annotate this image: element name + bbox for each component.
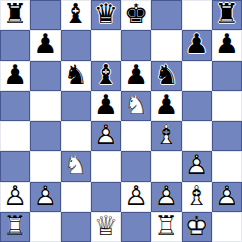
black-pawn: ♟ — [182, 30, 212, 60]
square-f1[interactable]: ♜♖ — [151, 212, 181, 242]
black-king: ♚ — [121, 0, 151, 30]
square-a8[interactable]: ♜ — [0, 0, 30, 30]
piece-outline: ♔ — [182, 212, 212, 241]
square-g5[interactable] — [182, 91, 212, 121]
square-h7[interactable]: ♟ — [212, 30, 242, 60]
piece-glyph: ♟ — [212, 30, 242, 59]
black-pawn: ♟ — [0, 61, 30, 91]
piece-glyph: ♝ — [61, 0, 91, 29]
square-h1[interactable] — [212, 212, 242, 242]
piece-outline: ♕ — [91, 212, 121, 241]
square-h3[interactable] — [212, 151, 242, 181]
square-c1[interactable] — [61, 212, 91, 242]
square-b5[interactable] — [30, 91, 60, 121]
square-b3[interactable] — [30, 151, 60, 181]
piece-glyph: ♚ — [121, 0, 151, 29]
black-pawn: ♟ — [30, 30, 60, 60]
square-f5[interactable]: ♟ — [151, 91, 181, 121]
square-g6[interactable] — [182, 61, 212, 91]
square-c3[interactable]: ♞♘ — [61, 151, 91, 181]
square-a6[interactable]: ♟ — [0, 61, 30, 91]
white-pawn: ♟♙ — [151, 182, 181, 212]
square-g2[interactable]: ♝♗ — [182, 182, 212, 212]
square-d3[interactable] — [91, 151, 121, 181]
square-a7[interactable] — [0, 30, 30, 60]
white-queen: ♛♕ — [91, 212, 121, 242]
piece-outline: ♙ — [91, 121, 121, 150]
white-bishop: ♝♗ — [151, 121, 181, 151]
square-e7[interactable] — [121, 30, 151, 60]
square-h2[interactable]: ♟♙ — [212, 182, 242, 212]
white-pawn: ♟♙ — [121, 182, 151, 212]
piece-outline: ♙ — [212, 182, 242, 211]
white-pawn: ♟♙ — [212, 182, 242, 212]
piece-outline: ♘ — [121, 91, 151, 120]
square-e4[interactable] — [121, 121, 151, 151]
black-knight: ♞ — [61, 61, 91, 91]
white-knight: ♞♘ — [121, 91, 151, 121]
black-rook: ♜ — [212, 0, 242, 30]
square-g4[interactable] — [182, 121, 212, 151]
square-d2[interactable] — [91, 182, 121, 212]
black-knight: ♞ — [151, 61, 181, 91]
square-e6[interactable]: ♟ — [121, 61, 151, 91]
piece-outline: ♘ — [61, 151, 91, 180]
square-f6[interactable]: ♞ — [151, 61, 181, 91]
white-pawn: ♟♙ — [182, 151, 212, 181]
square-f3[interactable] — [151, 151, 181, 181]
piece-outline: ♙ — [30, 182, 60, 211]
square-f7[interactable] — [151, 30, 181, 60]
square-b4[interactable] — [30, 121, 60, 151]
piece-outline: ♙ — [151, 182, 181, 211]
black-pawn: ♟ — [91, 91, 121, 121]
black-pawn: ♟ — [151, 91, 181, 121]
piece-outline: ♙ — [182, 151, 212, 180]
square-f2[interactable]: ♟♙ — [151, 182, 181, 212]
piece-outline: ♗ — [151, 121, 181, 150]
piece-outline: ♙ — [121, 182, 151, 211]
square-d1[interactable]: ♛♕ — [91, 212, 121, 242]
square-a5[interactable] — [0, 91, 30, 121]
square-d8[interactable]: ♛ — [91, 0, 121, 30]
square-d4[interactable]: ♟♙ — [91, 121, 121, 151]
square-g8[interactable] — [182, 0, 212, 30]
square-h5[interactable] — [212, 91, 242, 121]
piece-glyph: ♟ — [151, 91, 181, 120]
square-b2[interactable]: ♟♙ — [30, 182, 60, 212]
piece-glyph: ♞ — [151, 61, 181, 90]
square-e3[interactable] — [121, 151, 151, 181]
piece-outline: ♖ — [0, 212, 30, 241]
square-b8[interactable] — [30, 0, 60, 30]
piece-glyph: ♜ — [212, 0, 242, 29]
square-g1[interactable]: ♚♔ — [182, 212, 212, 242]
square-a4[interactable] — [0, 121, 30, 151]
black-pawn: ♟ — [121, 61, 151, 91]
square-h4[interactable] — [212, 121, 242, 151]
piece-glyph: ♟ — [121, 61, 151, 90]
piece-glyph: ♟ — [182, 30, 212, 59]
white-pawn: ♟♙ — [91, 121, 121, 151]
square-d5[interactable]: ♟ — [91, 91, 121, 121]
piece-glyph: ♟ — [30, 30, 60, 59]
piece-outline: ♖ — [151, 212, 181, 241]
piece-glyph: ♛ — [91, 0, 121, 29]
white-pawn: ♟♙ — [30, 182, 60, 212]
square-b6[interactable] — [30, 61, 60, 91]
white-bishop: ♝♗ — [182, 182, 212, 212]
square-b1[interactable] — [30, 212, 60, 242]
chess-board: ♜♝♛♚♜♟♟♟♟♞♝♟♞♟♞♘♟♟♙♝♗♞♘♟♙♟♙♟♙♟♙♟♙♝♗♟♙♜♖♛… — [0, 0, 242, 242]
square-c2[interactable] — [61, 182, 91, 212]
square-c5[interactable] — [61, 91, 91, 121]
white-king: ♚♔ — [182, 212, 212, 242]
square-h8[interactable]: ♜ — [212, 0, 242, 30]
square-g3[interactable]: ♟♙ — [182, 151, 212, 181]
black-bishop: ♝ — [61, 0, 91, 30]
square-a1[interactable]: ♜♖ — [0, 212, 30, 242]
black-rook: ♜ — [0, 0, 30, 30]
piece-glyph: ♝ — [91, 61, 121, 90]
piece-glyph: ♜ — [0, 0, 30, 29]
piece-glyph: ♟ — [0, 61, 30, 90]
square-c4[interactable] — [61, 121, 91, 151]
square-e8[interactable]: ♚ — [121, 0, 151, 30]
square-c8[interactable]: ♝ — [61, 0, 91, 30]
white-knight: ♞♘ — [61, 151, 91, 181]
square-b7[interactable]: ♟ — [30, 30, 60, 60]
square-a3[interactable] — [0, 151, 30, 181]
black-queen: ♛ — [91, 0, 121, 30]
piece-outline: ♙ — [0, 182, 30, 211]
square-f4[interactable]: ♝♗ — [151, 121, 181, 151]
square-d6[interactable]: ♝ — [91, 61, 121, 91]
piece-glyph: ♞ — [61, 61, 91, 90]
square-h6[interactable] — [212, 61, 242, 91]
black-bishop: ♝ — [91, 61, 121, 91]
square-e2[interactable]: ♟♙ — [121, 182, 151, 212]
square-d7[interactable] — [91, 30, 121, 60]
square-f8[interactable] — [151, 0, 181, 30]
piece-outline: ♗ — [182, 182, 212, 211]
white-rook: ♜♖ — [151, 212, 181, 242]
piece-glyph: ♟ — [91, 91, 121, 120]
black-pawn: ♟ — [212, 30, 242, 60]
square-c6[interactable]: ♞ — [61, 61, 91, 91]
white-pawn: ♟♙ — [0, 182, 30, 212]
square-e5[interactable]: ♞♘ — [121, 91, 151, 121]
square-c7[interactable] — [61, 30, 91, 60]
square-g7[interactable]: ♟ — [182, 30, 212, 60]
white-rook: ♜♖ — [0, 212, 30, 242]
square-a2[interactable]: ♟♙ — [0, 182, 30, 212]
square-e1[interactable] — [121, 212, 151, 242]
